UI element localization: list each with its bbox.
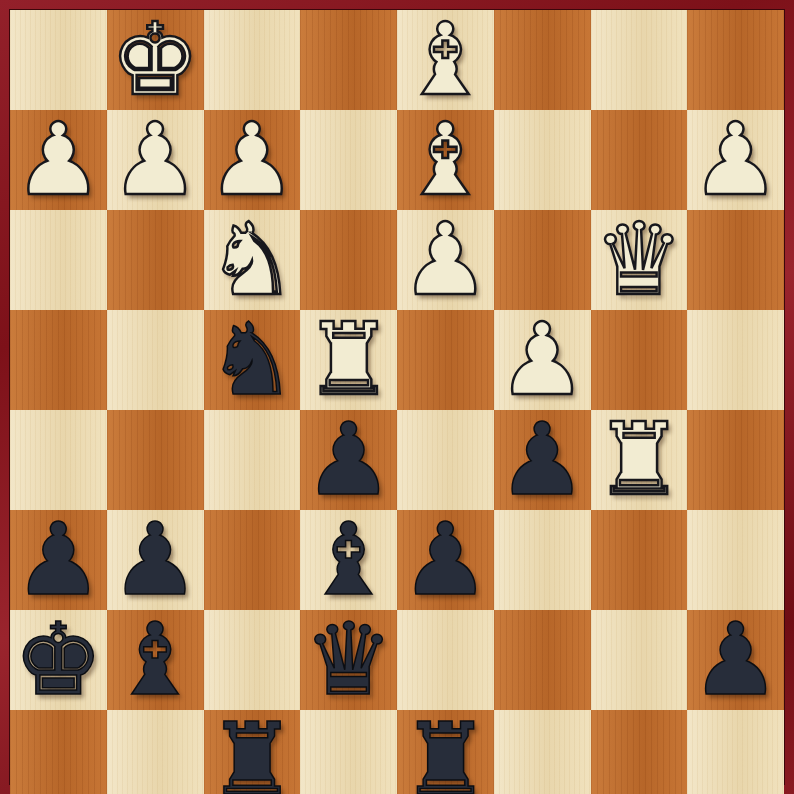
black-pawn[interactable]: ♟ bbox=[304, 410, 394, 510]
square-d3[interactable]: ♝ bbox=[300, 510, 397, 610]
square-d7[interactable] bbox=[300, 110, 397, 210]
square-g6[interactable]: ♛ bbox=[591, 210, 688, 310]
white-rook[interactable]: ♜ bbox=[304, 310, 394, 410]
square-e2[interactable] bbox=[397, 610, 494, 710]
square-g8[interactable] bbox=[591, 10, 688, 110]
square-e5[interactable] bbox=[397, 310, 494, 410]
square-c5[interactable]: ♞ bbox=[204, 310, 301, 410]
square-e8[interactable]: ♝ bbox=[397, 10, 494, 110]
white-bishop[interactable]: ♝ bbox=[401, 110, 491, 210]
square-e4[interactable] bbox=[397, 410, 494, 510]
black-rook[interactable]: ♜ bbox=[401, 710, 491, 794]
square-a6[interactable] bbox=[10, 210, 107, 310]
black-knight[interactable]: ♞ bbox=[207, 310, 297, 410]
square-b2[interactable]: ♝ bbox=[107, 610, 204, 710]
black-pawn[interactable]: ♟ bbox=[110, 510, 200, 610]
square-h4[interactable] bbox=[687, 410, 784, 510]
black-pawn[interactable]: ♟ bbox=[14, 510, 104, 610]
square-c3[interactable] bbox=[204, 510, 301, 610]
square-h3[interactable] bbox=[687, 510, 784, 610]
white-pawn[interactable]: ♟ bbox=[401, 210, 491, 310]
square-g4[interactable]: ♜ bbox=[591, 410, 688, 510]
square-g7[interactable] bbox=[591, 110, 688, 210]
square-f3[interactable] bbox=[494, 510, 591, 610]
square-c7[interactable]: ♟ bbox=[204, 110, 301, 210]
black-pawn[interactable]: ♟ bbox=[497, 410, 587, 510]
white-queen[interactable]: ♛ bbox=[594, 210, 684, 310]
square-h7[interactable]: ♟ bbox=[687, 110, 784, 210]
board-frame: ♚♝♟♟♟♝♟♞♟♛♞♜♟♟♟♜♟♟♝♟♚♝♛♟♜♜ bbox=[0, 0, 794, 794]
square-b7[interactable]: ♟ bbox=[107, 110, 204, 210]
square-d4[interactable]: ♟ bbox=[300, 410, 397, 510]
square-c4[interactable] bbox=[204, 410, 301, 510]
white-pawn[interactable]: ♟ bbox=[691, 110, 781, 210]
square-b3[interactable]: ♟ bbox=[107, 510, 204, 610]
square-c2[interactable] bbox=[204, 610, 301, 710]
square-e1[interactable]: ♜ bbox=[397, 710, 494, 794]
square-b5[interactable] bbox=[107, 310, 204, 410]
square-d6[interactable] bbox=[300, 210, 397, 310]
square-h1[interactable] bbox=[687, 710, 784, 794]
black-bishop[interactable]: ♝ bbox=[304, 510, 394, 610]
square-d2[interactable]: ♛ bbox=[300, 610, 397, 710]
black-pawn[interactable]: ♟ bbox=[691, 610, 781, 710]
black-bishop[interactable]: ♝ bbox=[110, 610, 200, 710]
square-d8[interactable] bbox=[300, 10, 397, 110]
square-f5[interactable]: ♟ bbox=[494, 310, 591, 410]
square-d1[interactable] bbox=[300, 710, 397, 794]
white-king[interactable]: ♚ bbox=[110, 10, 200, 110]
square-g2[interactable] bbox=[591, 610, 688, 710]
square-a2[interactable]: ♚ bbox=[10, 610, 107, 710]
square-c1[interactable]: ♜ bbox=[204, 710, 301, 794]
square-b6[interactable] bbox=[107, 210, 204, 310]
square-a7[interactable]: ♟ bbox=[10, 110, 107, 210]
white-pawn[interactable]: ♟ bbox=[207, 110, 297, 210]
square-e7[interactable]: ♝ bbox=[397, 110, 494, 210]
square-h5[interactable] bbox=[687, 310, 784, 410]
black-king[interactable]: ♚ bbox=[14, 610, 104, 710]
square-e6[interactable]: ♟ bbox=[397, 210, 494, 310]
square-f6[interactable] bbox=[494, 210, 591, 310]
black-rook[interactable]: ♜ bbox=[207, 710, 297, 794]
square-f7[interactable] bbox=[494, 110, 591, 210]
square-a5[interactable] bbox=[10, 310, 107, 410]
square-h8[interactable] bbox=[687, 10, 784, 110]
white-rook[interactable]: ♜ bbox=[594, 410, 684, 510]
square-e3[interactable]: ♟ bbox=[397, 510, 494, 610]
square-f8[interactable] bbox=[494, 10, 591, 110]
white-knight[interactable]: ♞ bbox=[207, 210, 297, 310]
chess-board: ♚♝♟♟♟♝♟♞♟♛♞♜♟♟♟♜♟♟♝♟♚♝♛♟♜♜ bbox=[10, 10, 784, 784]
square-g5[interactable] bbox=[591, 310, 688, 410]
square-a3[interactable]: ♟ bbox=[10, 510, 107, 610]
square-b1[interactable] bbox=[107, 710, 204, 794]
white-bishop[interactable]: ♝ bbox=[401, 10, 491, 110]
black-pawn[interactable]: ♟ bbox=[401, 510, 491, 610]
square-a4[interactable] bbox=[10, 410, 107, 510]
square-b8[interactable]: ♚ bbox=[107, 10, 204, 110]
square-g3[interactable] bbox=[591, 510, 688, 610]
square-a8[interactable] bbox=[10, 10, 107, 110]
square-f1[interactable] bbox=[494, 710, 591, 794]
square-h2[interactable]: ♟ bbox=[687, 610, 784, 710]
white-pawn[interactable]: ♟ bbox=[14, 110, 104, 210]
square-b4[interactable] bbox=[107, 410, 204, 510]
square-f2[interactable] bbox=[494, 610, 591, 710]
black-queen[interactable]: ♛ bbox=[304, 610, 394, 710]
square-c6[interactable]: ♞ bbox=[204, 210, 301, 310]
square-a1[interactable] bbox=[10, 710, 107, 794]
white-pawn[interactable]: ♟ bbox=[110, 110, 200, 210]
square-f4[interactable]: ♟ bbox=[494, 410, 591, 510]
square-g1[interactable] bbox=[591, 710, 688, 794]
white-pawn[interactable]: ♟ bbox=[497, 310, 587, 410]
square-h6[interactable] bbox=[687, 210, 784, 310]
square-c8[interactable] bbox=[204, 10, 301, 110]
square-d5[interactable]: ♜ bbox=[300, 310, 397, 410]
